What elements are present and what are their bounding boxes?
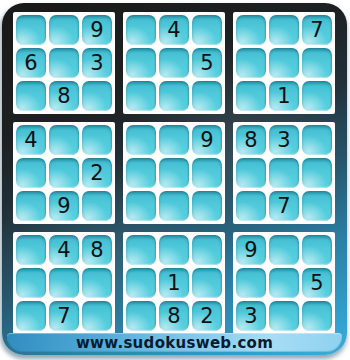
given-digit: 5 [200,48,213,78]
sudoku-cell-r9c7[interactable]: 3 [236,301,266,331]
sudoku-cell-r6c4[interactable] [126,191,156,221]
sudoku-cell-r3c3[interactable] [82,81,112,111]
sudoku-cell-r2c4[interactable] [126,48,156,78]
sudoku-cell-r3c4[interactable] [126,81,156,111]
sudoku-cell-r7c9[interactable] [302,235,332,265]
sudoku-cell-r8c9[interactable]: 5 [302,268,332,298]
given-digit: 4 [167,15,180,45]
sudoku-cell-r4c9[interactable] [302,125,332,155]
sudoku-cell-r9c3[interactable] [82,301,112,331]
sudoku-cell-r3c7[interactable] [236,81,266,111]
sudoku-cell-r1c1[interactable] [16,15,46,45]
given-digit: 8 [90,235,103,265]
sudoku-cell-r6c5[interactable] [159,191,189,221]
sudoku-cell-r8c2[interactable] [49,268,79,298]
sudoku-cell-r9c6[interactable]: 2 [192,301,222,331]
given-digit: 9 [244,235,257,265]
given-digit: 9 [90,15,103,45]
given-digit: 7 [277,191,290,221]
sudoku-cell-r9c9[interactable] [302,301,332,331]
sudoku-cell-r5c3[interactable]: 2 [82,158,112,188]
sudoku-cell-r9c1[interactable] [16,301,46,331]
sudoku-box-2: 45 [123,12,225,114]
given-digit: 3 [90,48,103,78]
sudoku-cell-r3c5[interactable] [159,81,189,111]
sudoku-cell-r1c7[interactable] [236,15,266,45]
given-digit: 2 [90,158,103,188]
sudoku-cell-r1c6[interactable] [192,15,222,45]
given-digit: 9 [57,191,70,221]
sudoku-cell-r4c7[interactable]: 8 [236,125,266,155]
sudoku-cell-r7c7[interactable]: 9 [236,235,266,265]
sudoku-box-5: 9 [123,122,225,224]
sudoku-box-8: 182 [123,232,225,334]
given-digit: 1 [277,81,290,111]
sudoku-cell-r2c7[interactable] [236,48,266,78]
sudoku-cell-r1c8[interactable] [269,15,299,45]
sudoku-cell-r7c1[interactable] [16,235,46,265]
given-digit: 9 [200,125,213,155]
sudoku-cell-r9c4[interactable] [126,301,156,331]
sudoku-cell-r6c6[interactable] [192,191,222,221]
sudoku-box-7: 487 [13,232,115,334]
sudoku-cell-r7c4[interactable] [126,235,156,265]
given-digit: 5 [310,268,323,298]
given-digit: 3 [244,301,257,331]
sudoku-cell-r2c9[interactable] [302,48,332,78]
sudoku-cell-r3c2[interactable]: 8 [49,81,79,111]
sudoku-board-frame: 963845714299837487182953 www.sudokusweb.… [2,3,347,355]
sudoku-box-6: 837 [233,122,335,224]
sudoku-cell-r3c6[interactable] [192,81,222,111]
sudoku-cell-r7c6[interactable] [192,235,222,265]
sudoku-cell-r3c9[interactable] [302,81,332,111]
sudoku-cell-r6c9[interactable] [302,191,332,221]
sudoku-cell-r1c4[interactable] [126,15,156,45]
sudoku-cell-r9c2[interactable]: 7 [49,301,79,331]
sudoku-cell-r5c4[interactable] [126,158,156,188]
sudoku-box-1: 9638 [13,12,115,114]
sudoku-cell-r7c5[interactable] [159,235,189,265]
given-digit: 4 [57,235,70,265]
given-digit: 7 [310,15,323,45]
sudoku-cell-r2c6[interactable]: 5 [192,48,222,78]
sudoku-cell-r6c7[interactable] [236,191,266,221]
sudoku-cell-r8c5[interactable]: 1 [159,268,189,298]
sudoku-grid: 963845714299837487182953 [13,12,335,334]
sudoku-cell-r4c1[interactable]: 4 [16,125,46,155]
sudoku-cell-r1c5[interactable]: 4 [159,15,189,45]
sudoku-cell-r7c3[interactable]: 8 [82,235,112,265]
sudoku-cell-r7c8[interactable] [269,235,299,265]
sudoku-cell-r5c8[interactable] [269,158,299,188]
sudoku-cell-r8c8[interactable] [269,268,299,298]
sudoku-cell-r8c4[interactable] [126,268,156,298]
given-digit: 1 [167,268,180,298]
sudoku-page: 963845714299837487182953 www.sudokusweb.… [0,0,350,360]
footer-bar: www.sudokusweb.com [7,333,342,352]
sudoku-cell-r1c2[interactable] [49,15,79,45]
sudoku-cell-r1c9[interactable]: 7 [302,15,332,45]
sudoku-box-4: 429 [13,122,115,224]
sudoku-cell-r6c8[interactable]: 7 [269,191,299,221]
sudoku-cell-r6c2[interactable]: 9 [49,191,79,221]
sudoku-cell-r2c8[interactable] [269,48,299,78]
sudoku-cell-r3c8[interactable]: 1 [269,81,299,111]
sudoku-cell-r5c9[interactable] [302,158,332,188]
given-digit: 8 [57,81,70,111]
sudoku-box-9: 953 [233,232,335,334]
sudoku-box-3: 71 [233,12,335,114]
sudoku-cell-r8c3[interactable] [82,268,112,298]
sudoku-cell-r4c4[interactable] [126,125,156,155]
sudoku-cell-r5c2[interactable] [49,158,79,188]
given-digit: 4 [24,125,37,155]
sudoku-cell-r5c6[interactable] [192,158,222,188]
sudoku-cell-r5c5[interactable] [159,158,189,188]
sudoku-cell-r4c5[interactable] [159,125,189,155]
given-digit: 7 [57,301,70,331]
sudoku-cell-r8c7[interactable] [236,268,266,298]
sudoku-cell-r2c2[interactable] [49,48,79,78]
sudoku-cell-r4c3[interactable] [82,125,112,155]
given-digit: 3 [277,125,290,155]
sudoku-cell-r8c6[interactable] [192,268,222,298]
sudoku-cell-r9c8[interactable] [269,301,299,331]
sudoku-cell-r2c3[interactable]: 3 [82,48,112,78]
given-digit: 2 [200,301,213,331]
sudoku-cell-r4c2[interactable] [49,125,79,155]
website-link[interactable]: www.sudokusweb.com [76,334,273,352]
sudoku-cell-r6c1[interactable] [16,191,46,221]
sudoku-cell-r4c6[interactable]: 9 [192,125,222,155]
sudoku-cell-r4c8[interactable]: 3 [269,125,299,155]
sudoku-cell-r5c1[interactable] [16,158,46,188]
sudoku-cell-r8c1[interactable] [16,268,46,298]
given-digit: 8 [244,125,257,155]
sudoku-cell-r1c3[interactable]: 9 [82,15,112,45]
sudoku-cell-r7c2[interactable]: 4 [49,235,79,265]
sudoku-cell-r5c7[interactable] [236,158,266,188]
sudoku-cell-r2c1[interactable]: 6 [16,48,46,78]
sudoku-cell-r2c5[interactable] [159,48,189,78]
sudoku-cell-r3c1[interactable] [16,81,46,111]
given-digit: 8 [167,301,180,331]
sudoku-cell-r6c3[interactable] [82,191,112,221]
sudoku-cell-r9c5[interactable]: 8 [159,301,189,331]
given-digit: 6 [24,48,37,78]
